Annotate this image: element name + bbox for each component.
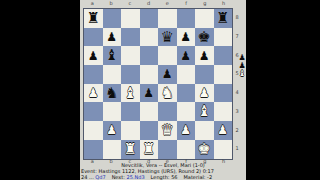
black-rook: ♜ bbox=[87, 11, 100, 26]
square-e8[interactable] bbox=[158, 9, 177, 28]
square-e7[interactable]: ♛ bbox=[158, 28, 177, 47]
white-pawn: ♟ bbox=[199, 87, 210, 99]
square-d2[interactable] bbox=[140, 121, 159, 140]
square-d5[interactable] bbox=[140, 65, 159, 84]
file-label-c: c bbox=[121, 0, 140, 7]
square-g8[interactable] bbox=[195, 9, 214, 28]
square-h2[interactable]: ♟ bbox=[214, 121, 233, 140]
next-move-value: 25.Nd3 bbox=[127, 174, 145, 180]
rank-label-2: 2 bbox=[234, 121, 240, 140]
white-rook: ♜ bbox=[142, 142, 155, 157]
square-g1[interactable]: ♚ bbox=[195, 140, 214, 159]
square-d8[interactable] bbox=[140, 9, 159, 28]
square-e5[interactable]: ♟ bbox=[158, 65, 177, 84]
white-bishop: ♝ bbox=[124, 86, 137, 101]
square-f3[interactable] bbox=[177, 102, 196, 121]
square-a5[interactable] bbox=[84, 65, 103, 84]
square-c1[interactable]: ♜ bbox=[121, 140, 140, 159]
right-letterbox-bar bbox=[246, 0, 320, 180]
black-pawn: ♟ bbox=[180, 50, 191, 62]
material-value: -2 bbox=[207, 174, 212, 180]
square-b8[interactable] bbox=[103, 9, 122, 28]
square-e2[interactable]: ♛ bbox=[158, 121, 177, 140]
square-e1[interactable] bbox=[158, 140, 177, 159]
square-c5[interactable] bbox=[121, 65, 140, 84]
square-g6[interactable]: ♟ bbox=[195, 46, 214, 65]
white-king: ♚ bbox=[198, 142, 211, 157]
rank-labels-right: 87654321 bbox=[234, 8, 240, 158]
square-a2[interactable] bbox=[84, 121, 103, 140]
status-line: 24 ... Qd7 Next: 25.Nd3 Length: 56 Mater… bbox=[81, 175, 245, 180]
square-a3[interactable] bbox=[84, 102, 103, 121]
square-c4[interactable]: ♝ bbox=[121, 84, 140, 103]
black-knight: ♞ bbox=[105, 86, 118, 101]
rank-label-3: 3 bbox=[234, 102, 240, 121]
black-pawn: ♟ bbox=[106, 31, 117, 43]
square-g2[interactable] bbox=[195, 121, 214, 140]
square-d7[interactable] bbox=[140, 28, 159, 47]
square-f1[interactable] bbox=[177, 140, 196, 159]
white-knight: ♞ bbox=[161, 86, 174, 101]
square-c7[interactable] bbox=[121, 28, 140, 47]
chess-viewer-window: abcdefgh ♜♜♟♛♟♚♟♝♟♟♟♟♞♝♟♞♟♝♟♛♟♟♜♜♚ 87654… bbox=[80, 0, 246, 180]
rank-label-7: 7 bbox=[234, 27, 240, 46]
last-move-value: Qd7 bbox=[95, 174, 105, 180]
square-f6[interactable]: ♟ bbox=[177, 46, 196, 65]
black-pawn: ♟ bbox=[143, 87, 154, 99]
square-d4[interactable]: ♟ bbox=[140, 84, 159, 103]
black-pawn: ♟ bbox=[88, 50, 99, 62]
length-label: Length: bbox=[151, 174, 170, 180]
square-b6[interactable]: ♝ bbox=[103, 46, 122, 65]
rank-label-1: 1 bbox=[234, 139, 240, 158]
square-f5[interactable] bbox=[177, 65, 196, 84]
square-g3[interactable]: ♝ bbox=[195, 102, 214, 121]
last-move-label: 24 ... bbox=[81, 174, 94, 180]
square-h3[interactable] bbox=[214, 102, 233, 121]
square-b1[interactable] bbox=[103, 140, 122, 159]
black-queen: ♛ bbox=[161, 30, 174, 45]
rank-label-8: 8 bbox=[234, 8, 240, 27]
square-f8[interactable] bbox=[177, 9, 196, 28]
square-e4[interactable]: ♞ bbox=[158, 84, 177, 103]
rank-label-4: 4 bbox=[234, 83, 240, 102]
square-h5[interactable] bbox=[214, 65, 233, 84]
next-move-label: Next: bbox=[112, 174, 125, 180]
file-label-e: e bbox=[158, 0, 177, 7]
square-a8[interactable]: ♜ bbox=[84, 9, 103, 28]
length-group: Length: 56 bbox=[151, 175, 178, 180]
square-f2[interactable]: ♟ bbox=[177, 121, 196, 140]
material-group: Material: -2 bbox=[184, 175, 213, 180]
file-label-g: g bbox=[196, 0, 215, 7]
square-f7[interactable]: ♟ bbox=[177, 28, 196, 47]
square-h8[interactable]: ♜ bbox=[214, 9, 233, 28]
square-d6[interactable] bbox=[140, 46, 159, 65]
black-pawn: ♟ bbox=[199, 50, 210, 62]
square-a4[interactable]: ♟ bbox=[84, 84, 103, 103]
square-d1[interactable]: ♜ bbox=[140, 140, 159, 159]
square-h1[interactable] bbox=[214, 140, 233, 159]
square-e3[interactable] bbox=[158, 102, 177, 121]
square-g7[interactable]: ♚ bbox=[195, 28, 214, 47]
black-bishop: ♝ bbox=[105, 48, 118, 63]
black-pawn: ♟ bbox=[162, 68, 173, 80]
file-labels-top: abcdefgh bbox=[83, 0, 233, 7]
black-rook: ♜ bbox=[216, 11, 229, 26]
square-f4[interactable] bbox=[177, 84, 196, 103]
square-a1[interactable] bbox=[84, 140, 103, 159]
file-label-d: d bbox=[139, 0, 158, 7]
length-value: 56 bbox=[171, 174, 177, 180]
square-b4[interactable]: ♞ bbox=[103, 84, 122, 103]
next-move-group: Next: 25.Nd3 bbox=[112, 175, 145, 180]
white-pawn: ♟ bbox=[106, 124, 117, 136]
file-label-a: a bbox=[83, 0, 102, 7]
square-b3[interactable] bbox=[103, 102, 122, 121]
white-pawn: ♟ bbox=[88, 87, 99, 99]
white-bishop: ♝ bbox=[198, 104, 211, 119]
black-king: ♚ bbox=[198, 30, 211, 45]
white-pawn: ♟ bbox=[217, 124, 228, 136]
material-balance-tray: ♟♟♝ bbox=[238, 54, 246, 78]
square-h4[interactable] bbox=[214, 84, 233, 103]
square-c3[interactable] bbox=[121, 102, 140, 121]
chess-board: ♜♜♟♛♟♚♟♝♟♟♟♟♞♝♟♞♟♝♟♛♟♟♜♜♚ bbox=[83, 8, 233, 160]
white-queen: ♛ bbox=[161, 123, 174, 138]
square-b5[interactable] bbox=[103, 65, 122, 84]
square-h6[interactable] bbox=[214, 46, 233, 65]
white-pawn: ♟ bbox=[180, 124, 191, 136]
white-bishop-icon: ♝ bbox=[238, 70, 245, 78]
square-b2[interactable]: ♟ bbox=[103, 121, 122, 140]
file-label-h: h bbox=[214, 0, 233, 7]
square-b7[interactable]: ♟ bbox=[103, 28, 122, 47]
last-move-group: 24 ... Qd7 bbox=[81, 175, 106, 180]
square-c2[interactable] bbox=[121, 121, 140, 140]
white-rook: ♜ bbox=[124, 142, 137, 157]
square-c6[interactable] bbox=[121, 46, 140, 65]
file-label-f: f bbox=[177, 0, 196, 7]
square-d3[interactable] bbox=[140, 102, 159, 121]
left-letterbox-bar bbox=[0, 0, 80, 180]
square-a7[interactable] bbox=[84, 28, 103, 47]
game-info-panel: Nevcitlik, Vera -- Esvel, Mari (1-0) Eve… bbox=[81, 163, 245, 180]
square-g5[interactable] bbox=[195, 65, 214, 84]
square-c8[interactable] bbox=[121, 9, 140, 28]
material-label: Material: bbox=[184, 174, 206, 180]
black-pawn: ♟ bbox=[180, 31, 191, 43]
file-label-b: b bbox=[102, 0, 121, 7]
square-g4[interactable]: ♟ bbox=[195, 84, 214, 103]
square-e6[interactable] bbox=[158, 46, 177, 65]
square-a6[interactable]: ♟ bbox=[84, 46, 103, 65]
square-h7[interactable] bbox=[214, 28, 233, 47]
